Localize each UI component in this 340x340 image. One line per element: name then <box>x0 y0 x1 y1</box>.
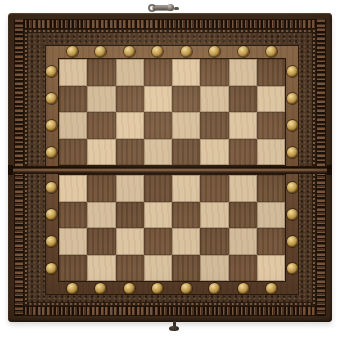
square-b5[interactable] <box>87 139 115 166</box>
square-a1[interactable] <box>59 255 87 282</box>
hinge-notch-left <box>8 165 13 175</box>
brass-stud-icon <box>46 236 57 247</box>
chess-board-photo <box>0 0 340 340</box>
brass-stud-icon <box>287 66 298 77</box>
latch-clasp <box>148 3 180 13</box>
brass-stud-icon <box>238 283 249 294</box>
square-c1[interactable] <box>116 255 144 282</box>
square-a7[interactable] <box>59 86 87 113</box>
square-c5[interactable] <box>116 139 144 166</box>
brass-stud-icon <box>46 66 57 77</box>
square-h7[interactable] <box>257 86 285 113</box>
hinge-fold-seam <box>8 166 332 174</box>
square-f4[interactable] <box>200 175 228 202</box>
board-half-top <box>58 58 286 166</box>
brass-stud-icon <box>124 283 135 294</box>
brass-stud-icon <box>287 209 298 220</box>
square-f7[interactable] <box>200 86 228 113</box>
square-g4[interactable] <box>229 175 257 202</box>
square-e2[interactable] <box>172 228 200 255</box>
square-d2[interactable] <box>144 228 172 255</box>
square-f3[interactable] <box>200 202 228 229</box>
brass-stud-icon <box>46 120 57 131</box>
brass-stud-icon <box>46 209 57 220</box>
square-b1[interactable] <box>87 255 115 282</box>
square-c3[interactable] <box>116 202 144 229</box>
brass-stud-icon <box>238 46 249 57</box>
square-e3[interactable] <box>172 202 200 229</box>
square-a4[interactable] <box>59 175 87 202</box>
brass-stud-icon <box>67 283 78 294</box>
square-e5[interactable] <box>172 139 200 166</box>
square-h3[interactable] <box>257 202 285 229</box>
brass-stud-icon <box>287 120 298 131</box>
pin-cap-icon <box>169 326 179 331</box>
square-h1[interactable] <box>257 255 285 282</box>
brass-stud-icon <box>67 46 78 57</box>
square-b8[interactable] <box>87 59 115 86</box>
square-b6[interactable] <box>87 112 115 139</box>
square-g6[interactable] <box>229 112 257 139</box>
square-g8[interactable] <box>229 59 257 86</box>
latch-tail-icon <box>174 7 179 10</box>
square-d7[interactable] <box>144 86 172 113</box>
hinge-notch-right <box>327 165 332 175</box>
brass-stud-icon <box>287 93 298 104</box>
brass-stud-icon <box>46 93 57 104</box>
square-h8[interactable] <box>257 59 285 86</box>
brass-stud-icon <box>124 46 135 57</box>
square-d8[interactable] <box>144 59 172 86</box>
square-f8[interactable] <box>200 59 228 86</box>
square-g5[interactable] <box>229 139 257 166</box>
square-d4[interactable] <box>144 175 172 202</box>
brass-stud-icon <box>287 263 298 274</box>
square-g3[interactable] <box>229 202 257 229</box>
square-h5[interactable] <box>257 139 285 166</box>
beaded-line-bottom <box>24 302 316 306</box>
square-f5[interactable] <box>200 139 228 166</box>
carved-chevron-band-bottom <box>14 306 326 316</box>
square-a2[interactable] <box>59 228 87 255</box>
square-b2[interactable] <box>87 228 115 255</box>
brass-stud-icon <box>287 236 298 247</box>
brass-stud-icon <box>287 182 298 193</box>
square-e7[interactable] <box>172 86 200 113</box>
square-d1[interactable] <box>144 255 172 282</box>
square-g2[interactable] <box>229 228 257 255</box>
square-g7[interactable] <box>229 86 257 113</box>
square-f1[interactable] <box>200 255 228 282</box>
square-a3[interactable] <box>59 202 87 229</box>
square-d3[interactable] <box>144 202 172 229</box>
latch-pin <box>169 321 179 331</box>
square-f2[interactable] <box>200 228 228 255</box>
square-e4[interactable] <box>172 175 200 202</box>
square-a5[interactable] <box>59 139 87 166</box>
square-b7[interactable] <box>87 86 115 113</box>
square-h6[interactable] <box>257 112 285 139</box>
square-c2[interactable] <box>116 228 144 255</box>
square-c4[interactable] <box>116 175 144 202</box>
brass-stud-icon <box>46 147 57 158</box>
square-b3[interactable] <box>87 202 115 229</box>
square-h2[interactable] <box>257 228 285 255</box>
square-e6[interactable] <box>172 112 200 139</box>
brass-stud-icon <box>181 283 192 294</box>
board-half-bottom <box>58 174 286 282</box>
wooden-box <box>8 13 332 322</box>
brass-stud-icon <box>46 182 57 193</box>
square-c7[interactable] <box>116 86 144 113</box>
square-a8[interactable] <box>59 59 87 86</box>
brass-stud-icon <box>181 46 192 57</box>
brass-stud-icon <box>46 263 57 274</box>
square-h4[interactable] <box>257 175 285 202</box>
brass-stud-icon <box>287 147 298 158</box>
square-d6[interactable] <box>144 112 172 139</box>
square-g1[interactable] <box>229 255 257 282</box>
latch-knob-icon <box>167 4 174 11</box>
square-d5[interactable] <box>144 139 172 166</box>
square-c8[interactable] <box>116 59 144 86</box>
square-e8[interactable] <box>172 59 200 86</box>
square-e1[interactable] <box>172 255 200 282</box>
square-c6[interactable] <box>116 112 144 139</box>
square-a6[interactable] <box>59 112 87 139</box>
square-b4[interactable] <box>87 175 115 202</box>
square-f6[interactable] <box>200 112 228 139</box>
carved-chevron-band-top <box>14 19 326 29</box>
